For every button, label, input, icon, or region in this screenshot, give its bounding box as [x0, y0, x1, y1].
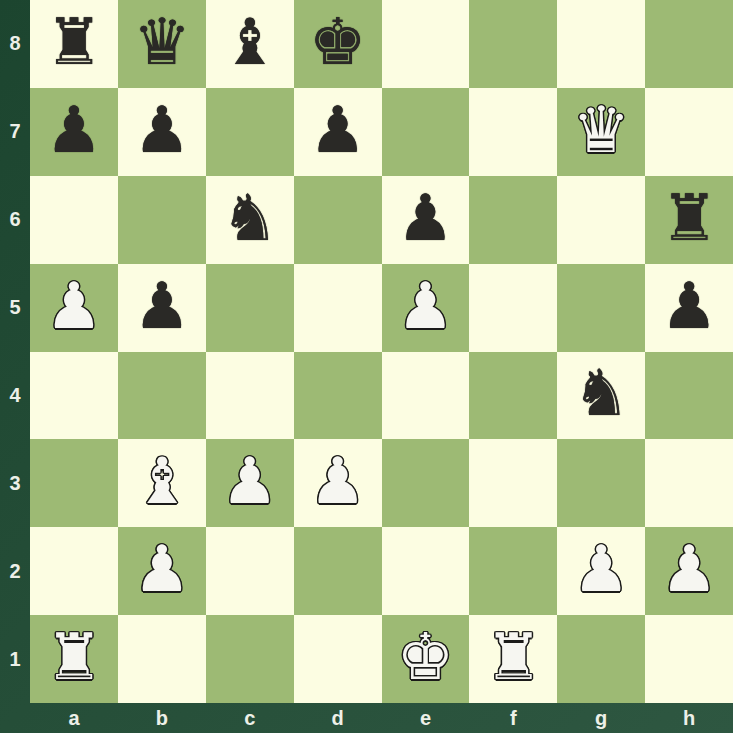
square-e5[interactable]: ♟ [382, 264, 470, 352]
file-labels: abcdefgh [30, 703, 733, 733]
square-c6[interactable]: ♞ [206, 176, 294, 264]
file-label-c: c [206, 703, 294, 733]
square-e7[interactable] [382, 88, 470, 176]
rank-label-1: 1 [0, 615, 30, 703]
square-h2[interactable]: ♟ [645, 527, 733, 615]
square-c4[interactable] [206, 352, 294, 440]
square-d5[interactable] [294, 264, 382, 352]
square-b8[interactable]: ♛ [118, 0, 206, 88]
square-a1[interactable]: ♜ [30, 615, 118, 703]
file-label-g: g [557, 703, 645, 733]
white-pawn-h2[interactable]: ♟ [660, 537, 717, 601]
square-d3[interactable]: ♟ [294, 439, 382, 527]
square-b2[interactable]: ♟ [118, 527, 206, 615]
square-b3[interactable]: ♝ [118, 439, 206, 527]
square-f6[interactable] [469, 176, 557, 264]
chess-board-widget: 87654321 ♜♛♝♚♟♟♟♛♞♟♜♟♟♟♟♞♝♟♟♟♟♟♜♚♜ abcde… [0, 0, 733, 733]
rank-label-2: 2 [0, 527, 30, 615]
square-b4[interactable] [118, 352, 206, 440]
square-b6[interactable] [118, 176, 206, 264]
chess-board: ♜♛♝♚♟♟♟♛♞♟♜♟♟♟♟♞♝♟♟♟♟♟♜♚♜ [30, 0, 733, 703]
rank-label-7: 7 [0, 88, 30, 176]
square-c5[interactable] [206, 264, 294, 352]
square-d2[interactable] [294, 527, 382, 615]
square-d6[interactable] [294, 176, 382, 264]
square-h5[interactable]: ♟ [645, 264, 733, 352]
rank-label-4: 4 [0, 352, 30, 440]
square-h6[interactable]: ♜ [645, 176, 733, 264]
rank-label-3: 3 [0, 439, 30, 527]
white-pawn-e5[interactable]: ♟ [397, 274, 454, 338]
square-f7[interactable] [469, 88, 557, 176]
rank-label-8: 8 [0, 0, 30, 88]
square-h7[interactable] [645, 88, 733, 176]
square-b5[interactable]: ♟ [118, 264, 206, 352]
square-h3[interactable] [645, 439, 733, 527]
square-a7[interactable]: ♟ [30, 88, 118, 176]
black-rook-h6[interactable]: ♜ [660, 186, 717, 250]
square-h8[interactable] [645, 0, 733, 88]
rank-labels: 87654321 [0, 0, 30, 703]
square-a6[interactable] [30, 176, 118, 264]
square-g4[interactable]: ♞ [557, 352, 645, 440]
white-rook-f1[interactable]: ♜ [485, 625, 542, 689]
rank-label-6: 6 [0, 176, 30, 264]
file-label-d: d [294, 703, 382, 733]
white-pawn-a5[interactable]: ♟ [45, 274, 102, 338]
square-g1[interactable] [557, 615, 645, 703]
square-f2[interactable] [469, 527, 557, 615]
square-d1[interactable] [294, 615, 382, 703]
square-g3[interactable] [557, 439, 645, 527]
white-rook-a1[interactable]: ♜ [45, 625, 102, 689]
rank-label-5: 5 [0, 264, 30, 352]
black-knight-g4[interactable]: ♞ [573, 361, 630, 425]
square-b1[interactable] [118, 615, 206, 703]
white-pawn-b2[interactable]: ♟ [133, 537, 190, 601]
square-a8[interactable]: ♜ [30, 0, 118, 88]
white-pawn-c3[interactable]: ♟ [221, 449, 278, 513]
square-c2[interactable] [206, 527, 294, 615]
black-king-d8[interactable]: ♚ [309, 10, 366, 74]
square-e4[interactable] [382, 352, 470, 440]
square-h4[interactable] [645, 352, 733, 440]
square-a4[interactable] [30, 352, 118, 440]
square-d4[interactable] [294, 352, 382, 440]
square-a5[interactable]: ♟ [30, 264, 118, 352]
square-c7[interactable] [206, 88, 294, 176]
file-label-h: h [645, 703, 733, 733]
square-b7[interactable]: ♟ [118, 88, 206, 176]
square-g8[interactable] [557, 0, 645, 88]
black-bishop-c8[interactable]: ♝ [221, 10, 278, 74]
file-label-e: e [382, 703, 470, 733]
square-d8[interactable]: ♚ [294, 0, 382, 88]
square-c8[interactable]: ♝ [206, 0, 294, 88]
black-pawn-e6[interactable]: ♟ [397, 186, 454, 250]
black-pawn-b5[interactable]: ♟ [133, 274, 190, 338]
square-f4[interactable] [469, 352, 557, 440]
file-label-a: a [30, 703, 118, 733]
square-g2[interactable]: ♟ [557, 527, 645, 615]
white-queen-g7[interactable]: ♛ [573, 98, 630, 162]
square-g6[interactable] [557, 176, 645, 264]
black-pawn-h5[interactable]: ♟ [660, 274, 717, 338]
square-a2[interactable] [30, 527, 118, 615]
file-label-b: b [118, 703, 206, 733]
square-c1[interactable] [206, 615, 294, 703]
white-bishop-b3[interactable]: ♝ [133, 449, 190, 513]
square-f8[interactable] [469, 0, 557, 88]
square-a3[interactable] [30, 439, 118, 527]
white-king-e1[interactable]: ♚ [397, 625, 454, 689]
white-pawn-d3[interactable]: ♟ [309, 449, 366, 513]
square-e3[interactable] [382, 439, 470, 527]
square-e1[interactable]: ♚ [382, 615, 470, 703]
square-d7[interactable]: ♟ [294, 88, 382, 176]
black-queen-b8[interactable]: ♛ [133, 10, 190, 74]
black-pawn-d7[interactable]: ♟ [309, 98, 366, 162]
square-h1[interactable] [645, 615, 733, 703]
square-e8[interactable] [382, 0, 470, 88]
square-f1[interactable]: ♜ [469, 615, 557, 703]
white-pawn-g2[interactable]: ♟ [573, 537, 630, 601]
black-knight-c6[interactable]: ♞ [221, 186, 278, 250]
square-g7[interactable]: ♛ [557, 88, 645, 176]
black-rook-a8[interactable]: ♜ [45, 10, 102, 74]
square-e2[interactable] [382, 527, 470, 615]
square-e6[interactable]: ♟ [382, 176, 470, 264]
square-g5[interactable] [557, 264, 645, 352]
file-label-f: f [469, 703, 557, 733]
square-f3[interactable] [469, 439, 557, 527]
black-pawn-a7[interactable]: ♟ [45, 98, 102, 162]
square-c3[interactable]: ♟ [206, 439, 294, 527]
black-pawn-b7[interactable]: ♟ [133, 98, 190, 162]
square-f5[interactable] [469, 264, 557, 352]
